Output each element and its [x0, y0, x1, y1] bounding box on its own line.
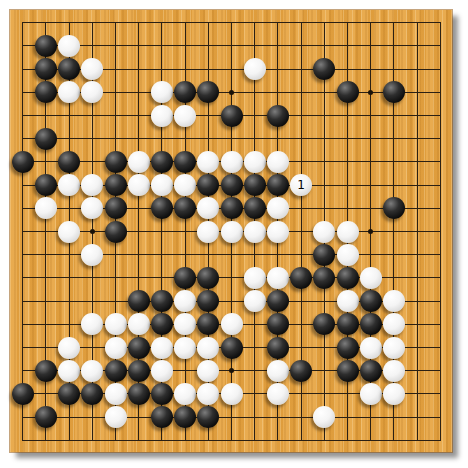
white-stone — [197, 360, 219, 382]
black-stone — [58, 383, 80, 405]
black-stone — [128, 290, 150, 312]
black-stone — [267, 174, 289, 196]
grid-line-vertical — [440, 22, 441, 441]
star-point — [229, 368, 234, 373]
black-stone — [197, 313, 219, 335]
white-stone — [197, 337, 219, 359]
black-stone — [174, 151, 196, 173]
white-stone — [197, 221, 219, 243]
white-stone — [35, 197, 57, 219]
black-stone — [360, 290, 382, 312]
white-stone — [360, 267, 382, 289]
white-stone — [221, 383, 243, 405]
white-stone — [197, 151, 219, 173]
black-stone — [174, 197, 196, 219]
white-stone — [267, 267, 289, 289]
black-stone — [221, 197, 243, 219]
white-stone — [58, 35, 80, 57]
black-stone — [35, 35, 57, 57]
black-stone — [151, 406, 173, 428]
white-stone — [81, 174, 103, 196]
black-stone — [360, 313, 382, 335]
black-stone — [151, 383, 173, 405]
black-stone — [35, 58, 57, 80]
white-stone — [174, 313, 196, 335]
white-stone — [267, 360, 289, 382]
star-point — [368, 229, 373, 234]
white-stone — [151, 81, 173, 103]
black-stone — [313, 58, 335, 80]
page: 1 — [0, 0, 468, 468]
white-stone — [81, 81, 103, 103]
white-stone — [81, 244, 103, 266]
black-stone — [383, 81, 405, 103]
white-stone — [337, 244, 359, 266]
white-stone — [383, 360, 405, 382]
black-stone — [58, 151, 80, 173]
white-stone — [128, 151, 150, 173]
black-stone — [105, 221, 127, 243]
white-stone — [244, 290, 266, 312]
white-stone — [105, 313, 127, 335]
white-stone — [174, 290, 196, 312]
white-stone — [128, 174, 150, 196]
black-stone — [360, 360, 382, 382]
white-stone — [244, 221, 266, 243]
black-stone — [35, 128, 57, 150]
white-stone — [383, 313, 405, 335]
black-stone — [151, 290, 173, 312]
black-stone — [174, 406, 196, 428]
black-stone — [267, 313, 289, 335]
black-stone — [197, 267, 219, 289]
white-stone — [151, 174, 173, 196]
white-stone — [267, 197, 289, 219]
black-stone — [337, 313, 359, 335]
white-stone — [58, 337, 80, 359]
black-stone — [35, 81, 57, 103]
black-stone — [197, 174, 219, 196]
white-stone — [244, 267, 266, 289]
black-stone — [35, 360, 57, 382]
black-stone — [197, 81, 219, 103]
white-stone — [58, 174, 80, 196]
white-stone — [197, 383, 219, 405]
white-stone — [128, 313, 150, 335]
black-stone — [383, 197, 405, 219]
white-stone — [151, 105, 173, 127]
white-stone — [174, 174, 196, 196]
white-stone — [81, 58, 103, 80]
white-stone — [151, 360, 173, 382]
white-stone — [337, 221, 359, 243]
black-stone — [151, 313, 173, 335]
black-stone — [58, 58, 80, 80]
black-stone — [221, 337, 243, 359]
black-stone — [174, 81, 196, 103]
black-stone — [197, 290, 219, 312]
black-stone — [128, 360, 150, 382]
black-stone — [337, 267, 359, 289]
black-stone — [337, 337, 359, 359]
white-stone — [58, 221, 80, 243]
white-stone — [383, 337, 405, 359]
black-stone — [105, 174, 127, 196]
black-stone — [128, 383, 150, 405]
white-stone — [267, 151, 289, 173]
white-stone — [337, 290, 359, 312]
black-stone — [105, 197, 127, 219]
black-stone — [244, 174, 266, 196]
white-stone — [58, 360, 80, 382]
white-stone — [313, 406, 335, 428]
black-stone — [81, 383, 103, 405]
white-stone: 1 — [290, 174, 312, 196]
go-board[interactable]: 1 — [10, 10, 452, 452]
star-point — [368, 90, 373, 95]
white-stone — [360, 337, 382, 359]
black-stone — [337, 360, 359, 382]
white-stone — [244, 58, 266, 80]
grid-line-horizontal — [22, 417, 441, 418]
white-stone — [81, 313, 103, 335]
white-stone — [105, 337, 127, 359]
black-stone — [290, 360, 312, 382]
black-stone — [267, 290, 289, 312]
grid-line-horizontal — [22, 440, 441, 441]
star-point — [90, 229, 95, 234]
white-stone — [105, 383, 127, 405]
white-stone — [244, 151, 266, 173]
white-stone — [105, 406, 127, 428]
black-stone — [151, 197, 173, 219]
white-stone — [267, 383, 289, 405]
white-stone — [221, 151, 243, 173]
white-stone — [267, 221, 289, 243]
black-stone — [151, 151, 173, 173]
black-stone — [313, 267, 335, 289]
white-stone — [383, 383, 405, 405]
black-stone — [174, 267, 196, 289]
star-point — [229, 90, 234, 95]
black-stone — [128, 337, 150, 359]
black-stone — [244, 197, 266, 219]
white-stone — [174, 383, 196, 405]
white-stone — [151, 337, 173, 359]
black-stone — [221, 174, 243, 196]
white-stone — [58, 81, 80, 103]
white-stone — [174, 105, 196, 127]
white-stone — [360, 383, 382, 405]
black-stone — [12, 383, 34, 405]
black-stone — [267, 337, 289, 359]
black-stone — [105, 151, 127, 173]
black-stone — [221, 105, 243, 127]
grid-line-vertical — [417, 22, 418, 441]
black-stone — [313, 313, 335, 335]
white-stone — [221, 221, 243, 243]
black-stone — [290, 267, 312, 289]
white-stone — [221, 313, 243, 335]
black-stone — [105, 360, 127, 382]
white-stone — [174, 337, 196, 359]
white-stone — [81, 360, 103, 382]
white-stone — [81, 197, 103, 219]
move-number-label: 1 — [297, 179, 305, 191]
black-stone — [267, 105, 289, 127]
black-stone — [197, 406, 219, 428]
black-stone — [12, 151, 34, 173]
white-stone — [383, 290, 405, 312]
black-stone — [337, 81, 359, 103]
black-stone — [35, 406, 57, 428]
black-stone — [35, 174, 57, 196]
white-stone — [313, 221, 335, 243]
black-stone — [313, 244, 335, 266]
white-stone — [197, 197, 219, 219]
